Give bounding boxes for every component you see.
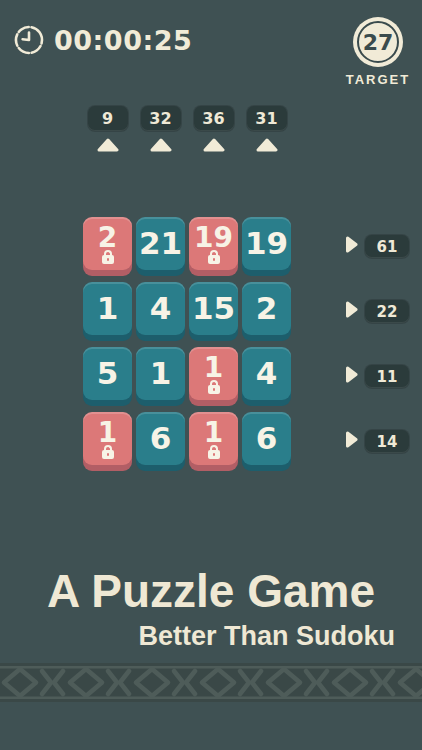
- tile-value: 1: [204, 354, 223, 382]
- tile-r4c1[interactable]: 1: [83, 412, 132, 465]
- tile-r4c4[interactable]: 6: [242, 412, 291, 465]
- tile-r3c3[interactable]: 1: [189, 347, 238, 400]
- row-target-4: 14: [345, 412, 409, 471]
- timer: 00:00:25: [13, 24, 192, 56]
- tile-r1c2[interactable]: 21: [136, 217, 185, 270]
- lock-icon: [102, 255, 114, 264]
- lock-icon: [102, 450, 114, 459]
- tile-value: 19: [245, 228, 288, 259]
- row-target-badge: 22: [365, 300, 409, 323]
- tile-value: 2: [98, 224, 117, 252]
- tile-value: 1: [98, 419, 117, 447]
- col-target-3: 36: [189, 106, 238, 156]
- up-arrow-icon: [97, 138, 119, 156]
- game-screen: 00:00:25 27 TARGET 9323631 61221114 2211…: [0, 0, 422, 750]
- right-arrow-icon: [345, 366, 358, 387]
- tile-value: 6: [256, 423, 278, 454]
- col-target-badge: 9: [88, 106, 128, 131]
- row-target-badge: 11: [365, 365, 409, 388]
- row-target-3: 11: [345, 347, 409, 406]
- tile-r3c4[interactable]: 4: [242, 347, 291, 400]
- tile-r2c3[interactable]: 15: [189, 282, 238, 335]
- tile-value: 1: [97, 293, 119, 324]
- tile-value: 5: [97, 358, 119, 389]
- pattern-band: [0, 663, 422, 702]
- tile-r3c2[interactable]: 1: [136, 347, 185, 400]
- tile-r2c2[interactable]: 4: [136, 282, 185, 335]
- lock-icon: [208, 385, 220, 394]
- tile-value: 19: [194, 224, 233, 252]
- column-targets: 9323631: [83, 106, 291, 156]
- col-target-badge: 32: [141, 106, 181, 131]
- col-target-4: 31: [242, 106, 291, 156]
- tile-r4c2[interactable]: 6: [136, 412, 185, 465]
- col-target-2: 32: [136, 106, 185, 156]
- tile-r1c3[interactable]: 19: [189, 217, 238, 270]
- tile-r1c1[interactable]: 2: [83, 217, 132, 270]
- tile-value: 15: [192, 293, 235, 324]
- tile-r3c1[interactable]: 5: [83, 347, 132, 400]
- row-target-2: 22: [345, 282, 409, 341]
- right-arrow-icon: [345, 301, 358, 322]
- footer-subtitle: Better Than Sudoku: [138, 621, 395, 652]
- lock-icon: [208, 255, 220, 264]
- row-target-badge: 14: [365, 430, 409, 453]
- target-ring: [357, 21, 399, 63]
- tile-value: 1: [204, 419, 223, 447]
- tile-r2c4[interactable]: 2: [242, 282, 291, 335]
- timer-value: 00:00:25: [54, 25, 192, 56]
- tile-value: 21: [139, 228, 182, 259]
- up-arrow-icon: [203, 138, 225, 156]
- row-target-1: 61: [345, 217, 409, 276]
- col-target-badge: 36: [194, 106, 234, 131]
- row-target-badge: 61: [365, 235, 409, 258]
- lock-icon: [208, 450, 220, 459]
- up-arrow-icon: [256, 138, 278, 156]
- tile-r4c3[interactable]: 1: [189, 412, 238, 465]
- tile-r2c1[interactable]: 1: [83, 282, 132, 335]
- puzzle-board: 22119191415251141616: [83, 217, 291, 471]
- target-label: TARGET: [346, 72, 410, 87]
- tile-value: 4: [256, 358, 278, 389]
- col-target-1: 9: [83, 106, 132, 156]
- right-arrow-icon: [345, 431, 358, 452]
- tile-value: 2: [256, 293, 278, 324]
- footer-title: A Puzzle Game: [0, 564, 422, 618]
- up-arrow-icon: [150, 138, 172, 156]
- tile-value: 1: [150, 358, 172, 389]
- right-arrow-icon: [345, 236, 358, 257]
- clock-icon: [13, 24, 45, 56]
- row-targets: 61221114: [345, 217, 409, 471]
- target-badge: 27 TARGET: [345, 17, 411, 87]
- tile-value: 6: [150, 423, 172, 454]
- target-circle: 27: [353, 17, 403, 67]
- tile-r1c4[interactable]: 19: [242, 217, 291, 270]
- col-target-badge: 31: [247, 106, 287, 131]
- tile-value: 4: [150, 293, 172, 324]
